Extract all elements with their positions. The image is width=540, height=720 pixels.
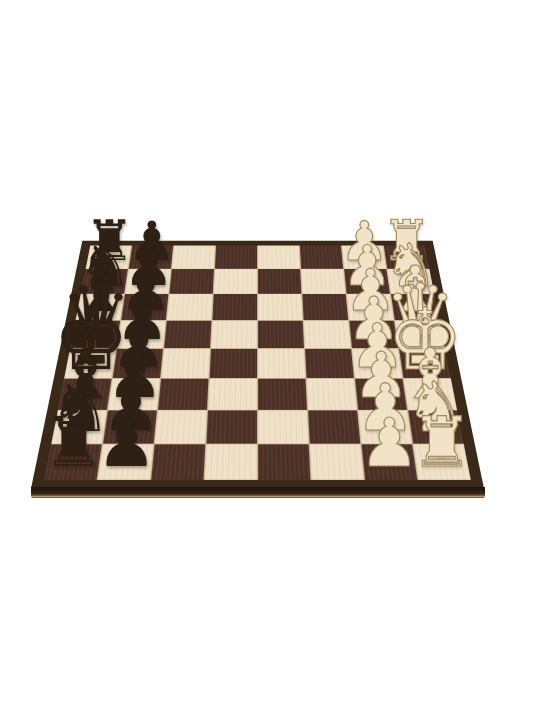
square-d1: [395, 321, 445, 348]
square-h1: [413, 444, 471, 479]
square-c6: [167, 294, 213, 320]
square-a6: [172, 246, 215, 269]
square-h5: [205, 444, 257, 479]
square-a3: [300, 246, 343, 269]
square-g4: [258, 410, 309, 443]
square-e3: [305, 349, 354, 378]
square-e2: [352, 349, 402, 378]
square-b1: [387, 269, 434, 293]
square-g5: [206, 410, 257, 443]
square-h2: [361, 444, 417, 479]
square-b7: [125, 269, 171, 293]
square-a8: [86, 246, 132, 269]
square-a7: [129, 246, 173, 269]
square-h7: [98, 444, 154, 479]
square-d5: [211, 321, 257, 348]
square-h8: [44, 444, 102, 479]
square-f8: [58, 379, 112, 410]
square-f1: [403, 379, 457, 410]
square-d6: [164, 321, 211, 348]
square-b3: [301, 269, 346, 293]
square-a2: [342, 246, 386, 269]
square-e1: [399, 349, 451, 378]
square-a5: [215, 246, 257, 269]
square-d8: [70, 321, 120, 348]
square-d4: [258, 321, 304, 348]
square-f3: [307, 379, 357, 410]
square-c8: [76, 294, 124, 320]
square-g1: [408, 410, 463, 443]
square-e6: [161, 349, 210, 378]
square-c2: [347, 294, 394, 320]
square-f2: [355, 379, 407, 410]
square-h6: [151, 444, 205, 479]
square-g8: [51, 410, 106, 443]
square-e4: [258, 349, 305, 378]
square-e5: [210, 349, 257, 378]
square-c1: [391, 294, 439, 320]
square-h3: [310, 444, 364, 479]
square-b4: [258, 269, 301, 293]
square-f5: [208, 379, 257, 410]
chess-board: [31, 241, 484, 488]
square-d2: [349, 321, 398, 348]
square-g7: [103, 410, 157, 443]
board-squares-grid: [44, 246, 471, 480]
square-b5: [214, 269, 257, 293]
square-c4: [258, 294, 303, 320]
square-c3: [302, 294, 348, 320]
square-e8: [64, 349, 116, 378]
square-f7: [108, 379, 160, 410]
square-f4: [258, 379, 307, 410]
square-a1: [384, 246, 430, 269]
square-c5: [212, 294, 257, 320]
square-g2: [358, 410, 412, 443]
square-d3: [304, 321, 351, 348]
square-h4: [258, 444, 310, 479]
square-d7: [117, 321, 166, 348]
square-b6: [169, 269, 214, 293]
square-b2: [344, 269, 390, 293]
square-g6: [155, 410, 207, 443]
square-g3: [308, 410, 360, 443]
square-e7: [113, 349, 163, 378]
board-side-edge: [31, 487, 485, 498]
square-c7: [121, 294, 168, 320]
square-f6: [158, 379, 208, 410]
square-a4: [258, 246, 300, 269]
square-b8: [81, 269, 128, 293]
board-photo-scene: ♜♟♟♜♞♟♟♞♝♟♟♝♛♟♟♛♚♟♟♚♝♟♟♝♞♟♟♞♜♟♟♜: [0, 0, 540, 720]
